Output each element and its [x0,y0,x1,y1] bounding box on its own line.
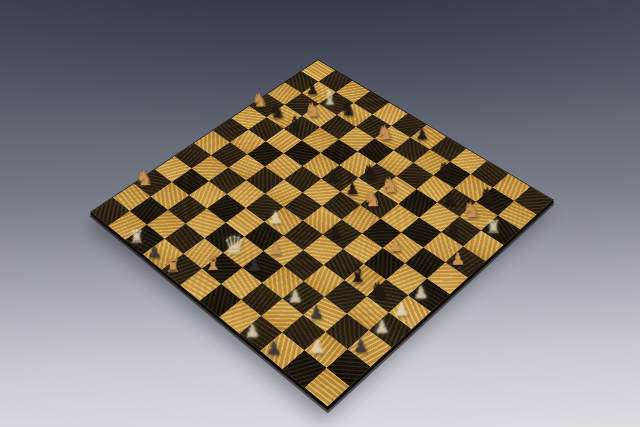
light-pawn-glass[interactable]: ♟ [394,301,410,319]
light-pawn-glass[interactable]: ♟ [268,211,283,228]
dark-knight[interactable]: ♞ [361,162,380,183]
dark-knight[interactable]: ♞ [436,160,455,181]
light-knight[interactable]: ♞ [381,175,400,196]
light-knight[interactable]: ♞ [304,101,322,121]
dark-bishop[interactable]: ♝ [347,264,368,287]
dark-pawn-glass[interactable]: ♟ [147,243,162,260]
board-scene: ♟♟♝♞♞♞♞♞♟♞♜♞♞♝♞♞♟♟♟♞♟♟♟♟♟♝♞♟♟♟♞♛♟♟♟♟♝♟♜♟… [0,0,640,427]
dark-knight[interactable]: ♞ [478,186,497,208]
dark-pawn-glass[interactable]: ♟ [353,337,370,356]
light-pawn[interactable]: ♟ [388,237,403,254]
photo-background: ♟♟♝♞♞♞♞♞♟♞♜♞♞♝♞♞♟♟♟♞♟♟♟♟♟♝♞♟♟♟♞♛♟♟♟♟♝♟♜♟… [0,0,640,427]
dark-knight[interactable]: ♞ [369,279,390,302]
dark-pawn[interactable]: ♟ [345,181,360,197]
dark-pawn[interactable]: ♟ [305,83,318,98]
light-rook[interactable]: ♜ [165,257,182,275]
light-knight[interactable]: ♞ [461,200,481,222]
light-knight[interactable]: ♞ [363,189,382,211]
light-rook-glass[interactable]: ♜ [129,228,145,246]
dark-pawn-glass[interactable]: ♟ [265,339,282,358]
dark-bishop[interactable]: ♝ [286,113,304,133]
light-pawn-glass[interactable]: ♟ [287,287,303,305]
light-pawn-glass[interactable]: ♟ [413,284,429,302]
light-knight[interactable]: ♞ [251,91,269,111]
light-pawn-glass[interactable]: ♟ [244,322,261,340]
dark-pawn[interactable]: ♟ [325,168,339,184]
dark-knight[interactable]: ♞ [339,100,357,120]
chess-board: ♟♟♝♞♞♞♞♞♟♞♜♞♞♝♞♞♟♟♟♞♟♟♟♟♟♝♞♟♟♟♞♛♟♟♟♟♝♟♜♟… [90,59,554,407]
light-queen-glass[interactable]: ♛ [223,233,246,259]
light-bishop[interactable]: ♝ [203,252,224,275]
dark-pawn[interactable]: ♟ [442,192,457,208]
light-rook-glass[interactable]: ♜ [485,218,501,236]
light-pawn-glass[interactable]: ♟ [374,319,391,337]
light-bishop-glass[interactable]: ♝ [321,89,339,109]
light-knight[interactable]: ♞ [135,168,154,189]
dark-pawn[interactable]: ♟ [446,221,461,238]
light-pawn[interactable]: ♟ [267,240,282,257]
light-pawn-glass[interactable]: ♟ [309,338,326,357]
dark-pawn[interactable]: ♟ [327,224,342,241]
light-pawn[interactable]: ♟ [450,251,466,268]
dark-pawn-glass[interactable]: ♟ [247,256,263,273]
dark-pawn[interactable]: ♟ [415,127,429,142]
light-knight[interactable]: ♞ [376,123,394,143]
dark-pawn-glass[interactable]: ♟ [309,303,325,321]
dark-knight[interactable]: ♞ [268,102,286,122]
